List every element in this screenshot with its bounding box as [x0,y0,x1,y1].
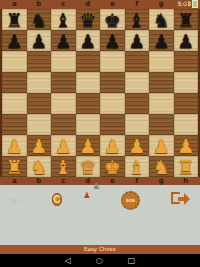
piece-white-rook[interactable]: ♜ [174,156,199,178]
square-g6[interactable] [149,51,174,72]
square-g4[interactable] [149,93,174,114]
file-label-c: c [51,177,76,185]
square-b1[interactable]: ♞ [27,156,52,177]
piece-black-pawn[interactable]: ♟ [2,30,27,52]
square-b8[interactable]: ♞ [27,9,52,30]
piece-black-pawn[interactable]: ♟ [174,30,199,52]
toolbar: ☜ C ♟ ♟ SOS [0,185,200,245]
exit-button[interactable] [170,191,191,210]
board-squares: ♜♞♝♛♚♝♞♜♟♟♟♟♟♟♟♟♟♟♟♟♟♟♟♟♜♞♝♛♚♝♞♜ [0,9,200,177]
chess-board: abcdefgh 5:08 ♜♞♝♛♚♝♞♜♟♟♟♟♟♟♟♟♟♟♟♟♟♟♟♟♜♞… [0,0,200,185]
square-b6[interactable] [27,51,52,72]
piece-black-pawn[interactable]: ♟ [51,30,76,52]
exit-icon [170,191,191,207]
square-e6[interactable] [100,51,125,72]
piece-black-pawn[interactable]: ♟ [100,30,125,52]
piece-black-queen[interactable]: ♛ [76,9,101,31]
hand-icon: ☜ [6,189,25,212]
file-label-g: g [149,177,174,185]
square-a7[interactable]: ♟ [2,30,27,51]
piece-white-pawn[interactable]: ♟ [149,135,174,157]
square-e3[interactable] [100,114,125,135]
circle-c-icon: C [52,193,61,206]
square-h2[interactable]: ♟ [174,135,199,156]
gear-badge-icon: SOS [121,191,140,210]
square-d7[interactable]: ♟ [76,30,101,51]
square-g5[interactable] [149,72,174,93]
square-d6[interactable] [76,51,101,72]
piece-black-bishop[interactable]: ♝ [51,9,76,31]
file-label-d: d [76,0,101,9]
square-h4[interactable] [174,93,199,114]
piece-white-rook[interactable]: ♜ [2,156,27,178]
square-c2[interactable]: ♟ [51,135,76,156]
square-a4[interactable] [2,93,27,114]
gray-pawn-icon: ♟ [92,181,100,191]
square-d8[interactable]: ♛ [76,9,101,30]
square-f2[interactable]: ♟ [125,135,150,156]
square-a5[interactable] [2,72,27,93]
square-f1[interactable]: ♝ [125,156,150,177]
back-icon[interactable]: ◁ [65,254,71,267]
square-e7[interactable]: ♟ [100,30,125,51]
file-label-h: h [174,177,199,185]
recents-icon[interactable]: □ [128,254,136,267]
piece-white-pawn[interactable]: ♟ [51,135,76,157]
piece-black-pawn[interactable]: ♟ [125,30,150,52]
square-a6[interactable] [2,51,27,72]
square-c5[interactable] [51,72,76,93]
square-f6[interactable] [125,51,150,72]
app-title: Easy Chess [84,246,116,253]
square-c3[interactable] [51,114,76,135]
sos-label: SOS [126,198,135,202]
square-d2[interactable]: ♟ [76,135,101,156]
square-b7[interactable]: ♟ [27,30,52,51]
square-a3[interactable] [2,114,27,135]
piece-white-knight[interactable]: ♞ [149,156,174,178]
square-g1[interactable]: ♞ [149,156,174,177]
square-c8[interactable]: ♝ [51,9,76,30]
square-d4[interactable] [76,93,101,114]
square-g8[interactable]: ♞ [149,9,174,30]
square-h8[interactable]: ♜ [174,9,199,30]
square-e2[interactable]: ♟ [100,135,125,156]
square-e4[interactable] [100,93,125,114]
clock-time: 5:08 [178,0,191,8]
piece-white-pawn[interactable]: ♟ [125,135,150,157]
undo-button[interactable]: ☜ [9,191,22,211]
red-pawn-icon: ♟ [83,191,90,200]
square-f7[interactable]: ♟ [125,30,150,51]
title-bar: Easy Chess [0,245,200,254]
square-e1[interactable]: ♚ [100,156,125,177]
piece-white-pawn[interactable]: ♟ [174,135,199,157]
square-f3[interactable] [125,114,150,135]
home-icon[interactable]: ○ [96,254,103,267]
piece-black-pawn[interactable]: ♟ [149,30,174,52]
piece-white-pawn[interactable]: ♟ [2,135,27,157]
piece-black-pawn[interactable]: ♟ [76,30,101,52]
square-f5[interactable] [125,72,150,93]
piece-white-pawn[interactable]: ♟ [27,135,52,157]
square-b4[interactable] [27,93,52,114]
file-label-e: e [100,0,125,9]
status-bar: 5:08 [178,0,198,8]
battery-icon [192,0,198,8]
piece-black-rook[interactable]: ♜ [174,9,199,31]
square-e5[interactable] [100,72,125,93]
file-label-b: b [27,177,52,185]
square-c1[interactable]: ♝ [51,156,76,177]
file-label-c: c [51,0,76,9]
square-h1[interactable]: ♜ [174,156,199,177]
square-h5[interactable] [174,72,199,93]
piece-white-bishop[interactable]: ♝ [51,156,76,178]
square-g2[interactable]: ♟ [149,135,174,156]
square-f8[interactable]: ♝ [125,9,150,30]
square-b2[interactable]: ♟ [27,135,52,156]
square-a1[interactable]: ♜ [2,156,27,177]
file-label-e: e [100,177,125,185]
square-c7[interactable]: ♟ [51,30,76,51]
piece-black-knight[interactable]: ♞ [27,9,52,31]
square-d1[interactable]: ♛ [76,156,101,177]
square-a2[interactable]: ♟ [2,135,27,156]
file-label-a: a [2,0,27,9]
square-b5[interactable] [27,72,52,93]
piece-white-king[interactable]: ♚ [100,156,125,178]
square-g7[interactable]: ♟ [149,30,174,51]
android-nav-bar: ◁ ○ □ [0,254,200,267]
file-labels-top: abcdefgh [0,0,200,9]
square-g3[interactable] [149,114,174,135]
piece-white-queen[interactable]: ♛ [76,156,101,178]
file-label-g: g [149,0,174,9]
square-c4[interactable] [51,93,76,114]
square-c6[interactable] [51,51,76,72]
file-label-f: f [125,177,150,185]
piece-white-bishop[interactable]: ♝ [125,156,150,178]
piece-black-bishop[interactable]: ♝ [125,9,150,31]
file-label-f: f [125,0,150,9]
restart-button[interactable]: C [52,191,61,208]
square-a8[interactable]: ♜ [2,9,27,30]
piece-white-pawn[interactable]: ♟ [76,135,101,157]
square-f4[interactable] [125,93,150,114]
square-b3[interactable] [27,114,52,135]
square-h7[interactable]: ♟ [174,30,199,51]
sos-button[interactable]: SOS [121,191,140,210]
file-label-a: a [2,177,27,185]
square-d5[interactable] [76,72,101,93]
piece-white-pawn[interactable]: ♟ [100,135,125,157]
square-h6[interactable] [174,51,199,72]
piece-black-rook[interactable]: ♜ [2,9,27,31]
square-e8[interactable]: ♚ [100,9,125,30]
piece-black-knight[interactable]: ♞ [149,9,174,31]
piece-black-king[interactable]: ♚ [100,9,125,31]
piece-black-pawn[interactable]: ♟ [27,30,52,52]
piece-white-knight[interactable]: ♞ [27,156,52,178]
square-h3[interactable] [174,114,199,135]
file-label-b: b [27,0,52,9]
square-d3[interactable] [76,114,101,135]
